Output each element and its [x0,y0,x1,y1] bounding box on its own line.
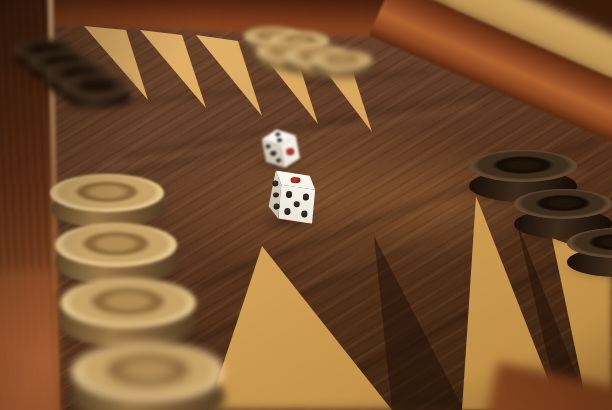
vignette [0,0,612,410]
backgammon-board-photo [0,0,612,410]
